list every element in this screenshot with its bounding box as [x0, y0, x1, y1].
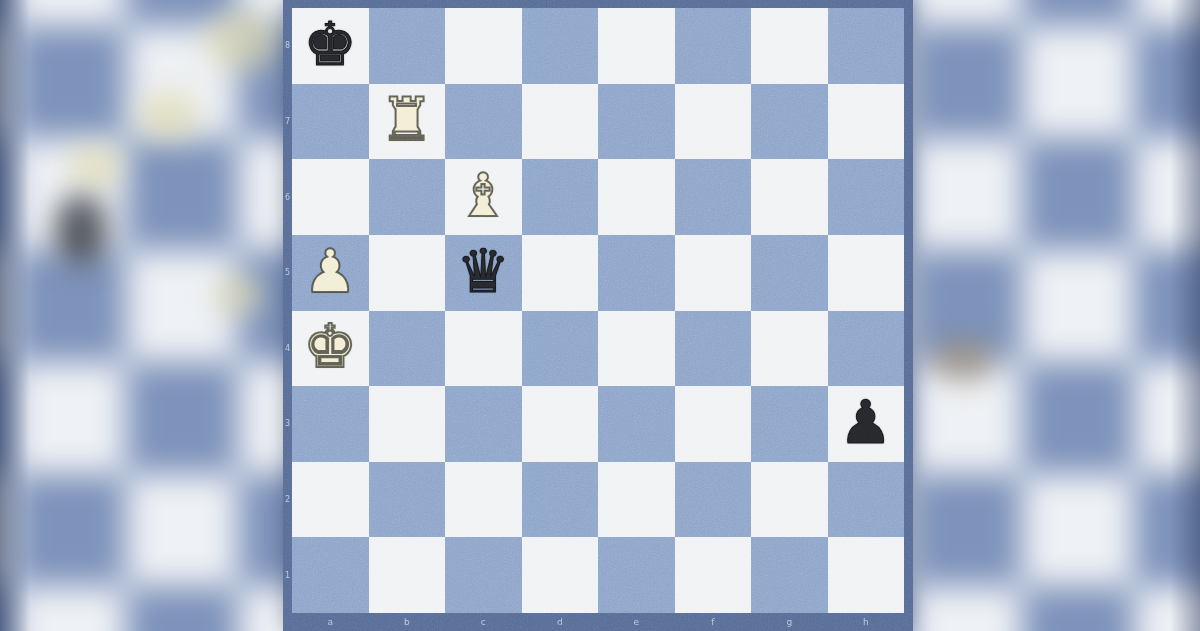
- square-h2[interactable]: [828, 462, 905, 538]
- black-king[interactable]: ♚: [303, 14, 357, 74]
- square-f8[interactable]: [675, 8, 752, 84]
- chess-board-frame: 87654321 ♚♜♝♟♛♚♟ abcdefgh: [283, 0, 913, 631]
- square-e3[interactable]: [598, 386, 675, 462]
- square-d6[interactable]: [522, 159, 599, 235]
- square-d3[interactable]: [522, 386, 599, 462]
- square-b2[interactable]: [369, 462, 446, 538]
- square-e7[interactable]: [598, 84, 675, 160]
- square-f1[interactable]: [675, 537, 752, 613]
- square-g3[interactable]: [751, 386, 828, 462]
- square-b5[interactable]: [369, 235, 446, 311]
- file-label-b: b: [369, 613, 446, 631]
- square-c7[interactable]: [445, 84, 522, 160]
- square-c1[interactable]: [445, 537, 522, 613]
- file-labels: abcdefgh: [292, 613, 904, 631]
- square-h3[interactable]: ♟: [828, 386, 905, 462]
- square-c8[interactable]: [445, 8, 522, 84]
- square-g1[interactable]: [751, 537, 828, 613]
- square-d2[interactable]: [522, 462, 599, 538]
- square-h8[interactable]: [828, 8, 905, 84]
- square-d1[interactable]: [522, 537, 599, 613]
- rank-label-4: 4: [283, 311, 292, 387]
- square-d8[interactable]: [522, 8, 599, 84]
- square-f7[interactable]: [675, 84, 752, 160]
- rank-labels: 87654321: [283, 8, 292, 613]
- square-a6[interactable]: [292, 159, 369, 235]
- square-b7[interactable]: ♜: [369, 84, 446, 160]
- square-c6[interactable]: ♝: [445, 159, 522, 235]
- white-rook[interactable]: ♜: [380, 89, 434, 149]
- blurred-white-piece-blob: [205, 12, 280, 70]
- file-label-e: e: [598, 613, 675, 631]
- square-b4[interactable]: [369, 311, 446, 387]
- chess-board[interactable]: ♚♜♝♟♛♚♟: [292, 8, 904, 613]
- square-a4[interactable]: ♚: [292, 311, 369, 387]
- file-label-h: h: [828, 613, 905, 631]
- blurred-white-piece-blob: [138, 92, 200, 140]
- rank-label-3: 3: [283, 386, 292, 462]
- square-f2[interactable]: [675, 462, 752, 538]
- white-king[interactable]: ♚: [303, 316, 357, 376]
- square-g5[interactable]: [751, 235, 828, 311]
- square-c3[interactable]: [445, 386, 522, 462]
- rank-label-2: 2: [283, 462, 292, 538]
- square-a1[interactable]: [292, 537, 369, 613]
- rank-label-5: 5: [283, 235, 292, 311]
- square-h7[interactable]: [828, 84, 905, 160]
- square-b6[interactable]: [369, 159, 446, 235]
- square-a8[interactable]: ♚: [292, 8, 369, 84]
- square-c2[interactable]: [445, 462, 522, 538]
- file-label-d: d: [522, 613, 599, 631]
- blurred-black-piece-blob: [55, 195, 107, 265]
- square-b1[interactable]: [369, 537, 446, 613]
- rank-label-6: 6: [283, 159, 292, 235]
- file-label-f: f: [675, 613, 752, 631]
- file-label-a: a: [292, 613, 369, 631]
- square-e1[interactable]: [598, 537, 675, 613]
- square-b3[interactable]: [369, 386, 446, 462]
- square-e2[interactable]: [598, 462, 675, 538]
- square-e8[interactable]: [598, 8, 675, 84]
- square-g2[interactable]: [751, 462, 828, 538]
- black-queen[interactable]: ♛: [456, 241, 510, 301]
- blurred-white-piece-blob: [215, 275, 263, 315]
- square-f6[interactable]: [675, 159, 752, 235]
- rank-label-8: 8: [283, 8, 292, 84]
- file-label-g: g: [751, 613, 828, 631]
- square-h4[interactable]: [828, 311, 905, 387]
- square-a7[interactable]: [292, 84, 369, 160]
- square-a3[interactable]: [292, 386, 369, 462]
- square-f5[interactable]: [675, 235, 752, 311]
- square-d5[interactable]: [522, 235, 599, 311]
- square-h1[interactable]: [828, 537, 905, 613]
- square-g8[interactable]: [751, 8, 828, 84]
- square-h5[interactable]: [828, 235, 905, 311]
- square-c4[interactable]: [445, 311, 522, 387]
- white-pawn[interactable]: ♟: [303, 241, 357, 301]
- black-pawn[interactable]: ♟: [839, 392, 893, 452]
- file-label-c: c: [445, 613, 522, 631]
- square-g7[interactable]: [751, 84, 828, 160]
- square-d4[interactable]: [522, 311, 599, 387]
- square-f4[interactable]: [675, 311, 752, 387]
- square-a5[interactable]: ♟: [292, 235, 369, 311]
- square-a2[interactable]: [292, 462, 369, 538]
- square-b8[interactable]: [369, 8, 446, 84]
- blurred-piece-blob: [932, 338, 994, 382]
- square-c5[interactable]: ♛: [445, 235, 522, 311]
- square-f3[interactable]: [675, 386, 752, 462]
- square-h6[interactable]: [828, 159, 905, 235]
- square-e5[interactable]: [598, 235, 675, 311]
- rank-label-1: 1: [283, 537, 292, 613]
- square-d7[interactable]: [522, 84, 599, 160]
- square-e4[interactable]: [598, 311, 675, 387]
- blurred-white-piece-blob: [68, 145, 123, 187]
- rank-label-7: 7: [283, 84, 292, 160]
- square-g4[interactable]: [751, 311, 828, 387]
- white-bishop[interactable]: ♝: [456, 165, 510, 225]
- square-e6[interactable]: [598, 159, 675, 235]
- square-g6[interactable]: [751, 159, 828, 235]
